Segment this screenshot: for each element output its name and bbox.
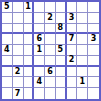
cell-r2c4[interactable] (34, 13, 45, 24)
cell-r9c3[interactable] (24, 88, 35, 99)
cell-r8c1[interactable] (2, 77, 13, 88)
cell-r4c3[interactable] (24, 34, 35, 45)
cell-r7c7[interactable] (67, 67, 78, 78)
cell-r9c1[interactable] (2, 88, 13, 99)
cell-r5c2[interactable] (13, 45, 24, 56)
cell-r8c9[interactable] (88, 77, 99, 88)
cell-r6c6[interactable] (56, 56, 67, 67)
cell-r5c7[interactable] (67, 45, 78, 56)
cell-r4c7[interactable]: 7 (67, 34, 78, 45)
cell-r3c4[interactable] (34, 24, 45, 35)
cell-r8c5[interactable] (45, 77, 56, 88)
cell-r5c3[interactable] (24, 45, 35, 56)
cell-r9c7[interactable] (67, 88, 78, 99)
cell-r6c3[interactable] (24, 56, 35, 67)
cell-r7c2[interactable]: 2 (13, 67, 24, 78)
cell-r2c5[interactable]: 2 (45, 13, 56, 24)
cell-r3c9[interactable] (88, 24, 99, 35)
cell-r8c7[interactable] (67, 77, 78, 88)
cell-r2c2[interactable] (13, 13, 24, 24)
cell-r1c6[interactable] (56, 2, 67, 13)
cell-r2c3[interactable] (24, 13, 35, 24)
cell-r5c6[interactable]: 5 (56, 45, 67, 56)
cell-r7c8[interactable] (77, 67, 88, 78)
cell-r6c5[interactable] (45, 56, 56, 67)
cell-r4c1[interactable] (2, 34, 13, 45)
cell-r3c2[interactable] (13, 24, 24, 35)
cell-r6c2[interactable] (13, 56, 24, 67)
cell-r5c9[interactable] (88, 45, 99, 56)
cell-r1c8[interactable] (77, 2, 88, 13)
cell-r5c8[interactable] (77, 45, 88, 56)
cell-r1c7[interactable] (67, 2, 78, 13)
cell-r6c4[interactable] (34, 56, 45, 67)
cell-r3c1[interactable] (2, 24, 13, 35)
cell-r1c5[interactable] (45, 2, 56, 13)
cell-r7c5[interactable]: 6 (45, 67, 56, 78)
cell-r1c9[interactable] (88, 2, 99, 13)
cell-r7c6[interactable] (56, 67, 67, 78)
cell-r5c4[interactable]: 1 (34, 45, 45, 56)
cell-r6c7[interactable]: 2 (67, 56, 78, 67)
cell-r3c8[interactable] (77, 24, 88, 35)
cell-r8c2[interactable] (13, 77, 24, 88)
cell-r2c6[interactable] (56, 13, 67, 24)
cell-r3c6[interactable]: 8 (56, 24, 67, 35)
cell-r4c2[interactable] (13, 34, 24, 45)
cell-r1c4[interactable] (34, 2, 45, 13)
cell-r6c9[interactable] (88, 56, 99, 67)
cell-r2c8[interactable] (77, 13, 88, 24)
cell-r2c9[interactable] (88, 13, 99, 24)
cell-r1c3[interactable]: 1 (24, 2, 35, 13)
cell-r5c5[interactable] (45, 45, 56, 56)
cell-r2c7[interactable]: 3 (67, 13, 78, 24)
cell-r9c5[interactable] (45, 88, 56, 99)
cell-r7c9[interactable] (88, 67, 99, 78)
cell-r9c4[interactable] (34, 88, 45, 99)
cell-r4c8[interactable] (77, 34, 88, 45)
cell-r4c6[interactable] (56, 34, 67, 45)
cell-r3c3[interactable] (24, 24, 35, 35)
cell-r9c9[interactable] (88, 88, 99, 99)
cell-r6c8[interactable] (77, 56, 88, 67)
cell-r4c9[interactable]: 3 (88, 34, 99, 45)
cell-r8c3[interactable] (24, 77, 35, 88)
cell-r1c2[interactable] (13, 2, 24, 13)
sudoku-board: 51238673415226417 (0, 0, 101, 101)
cell-r8c4[interactable]: 4 (34, 77, 45, 88)
cell-r4c4[interactable]: 6 (34, 34, 45, 45)
cell-r9c2[interactable]: 7 (13, 88, 24, 99)
cell-r3c5[interactable] (45, 24, 56, 35)
cell-r7c4[interactable] (34, 67, 45, 78)
cell-r9c8[interactable] (77, 88, 88, 99)
cell-r7c3[interactable] (24, 67, 35, 78)
cell-r1c1[interactable]: 5 (2, 2, 13, 13)
cell-r4c5[interactable] (45, 34, 56, 45)
cell-r5c1[interactable]: 4 (2, 45, 13, 56)
cell-r9c6[interactable] (56, 88, 67, 99)
cell-r8c8[interactable]: 1 (77, 77, 88, 88)
cell-r2c1[interactable] (2, 13, 13, 24)
cell-r3c7[interactable] (67, 24, 78, 35)
cell-r6c1[interactable] (2, 56, 13, 67)
cell-r8c6[interactable] (56, 77, 67, 88)
cell-r7c1[interactable] (2, 67, 13, 78)
